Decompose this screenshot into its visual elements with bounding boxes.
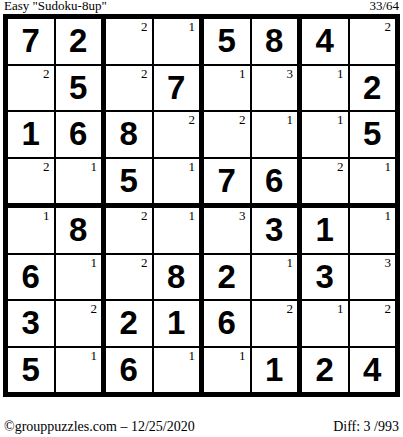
pencil-mark: 1 [287, 113, 294, 126]
page-footer: ©grouppuzzles.com – 12/25/2020 Diff: 3 /… [4, 419, 399, 435]
pencil-mark: 1 [239, 67, 246, 80]
cell-r8c6[interactable]: 1 [252, 348, 303, 393]
given-digit: 7 [154, 66, 200, 111]
cell-r8c1[interactable]: 5 [8, 348, 56, 393]
pencil-mark: 1 [287, 256, 294, 269]
given-digit: 7 [204, 159, 250, 204]
cell-r7c1[interactable]: 3 [8, 301, 56, 348]
cell-r7c2[interactable]: 2 [56, 301, 107, 348]
pencil-mark: 1 [337, 67, 344, 80]
given-digit: 8 [252, 19, 298, 64]
pencil-mark: 1 [239, 349, 246, 362]
given-digit: 1 [8, 112, 54, 157]
cell-r5c2[interactable]: 8 [56, 208, 107, 255]
cell-r8c7[interactable]: 2 [302, 348, 350, 393]
given-digit: 4 [350, 348, 396, 393]
cell-r4c7[interactable]: 2 [302, 159, 350, 209]
cell-r1c4[interactable]: 1 [154, 19, 205, 66]
pencil-mark: 1 [43, 209, 50, 222]
pencil-mark: 2 [141, 67, 148, 80]
cell-r2c5[interactable]: 1 [204, 66, 252, 113]
cell-r3c1[interactable]: 1 [8, 112, 56, 159]
cell-r7c5[interactable]: 6 [204, 301, 252, 348]
cell-r3c4[interactable]: 2 [154, 112, 205, 159]
given-digit: 2 [302, 348, 348, 393]
pencil-mark: 2 [141, 256, 148, 269]
cell-r6c3[interactable]: 2 [106, 255, 154, 302]
puzzle-title: Easy "Sudoku-8up" [4, 0, 107, 13]
cell-r6c4[interactable]: 8 [154, 255, 205, 302]
cell-r5c3[interactable]: 2 [106, 208, 154, 255]
cell-r5c6[interactable]: 3 [252, 208, 303, 255]
cell-r1c5[interactable]: 5 [204, 19, 252, 66]
cell-r8c8[interactable]: 4 [350, 348, 396, 393]
cell-r4c6[interactable]: 6 [252, 159, 303, 209]
sudoku-board: 7221584225271312168221152151762118213311… [3, 14, 400, 397]
given-digit: 6 [204, 301, 250, 346]
cell-r6c7[interactable]: 3 [302, 255, 350, 302]
given-digit: 2 [106, 301, 152, 346]
pencil-mark: 3 [239, 209, 246, 222]
pencil-mark: 1 [189, 209, 196, 222]
pencil-mark: 2 [43, 160, 50, 173]
pencil-mark: 1 [385, 209, 392, 222]
puzzle-page: Easy "Sudoku-8up" 33/64 7221584225271312… [0, 0, 403, 437]
given-digit: 2 [350, 66, 396, 111]
cell-r1c3[interactable]: 2 [106, 19, 154, 66]
page-number: 33/64 [369, 0, 399, 13]
cell-r2c3[interactable]: 2 [106, 66, 154, 113]
pencil-mark: 2 [141, 20, 148, 33]
cell-r7c8[interactable]: 2 [350, 301, 396, 348]
cell-r7c3[interactable]: 2 [106, 301, 154, 348]
given-digit: 1 [154, 301, 200, 346]
pencil-mark: 3 [385, 256, 392, 269]
pencil-mark: 1 [337, 113, 344, 126]
given-digit: 4 [302, 19, 348, 64]
pencil-mark: 2 [141, 209, 148, 222]
cell-r4c3[interactable]: 5 [106, 159, 154, 209]
cell-r8c3[interactable]: 6 [106, 348, 154, 393]
pencil-mark: 2 [385, 20, 392, 33]
cell-r2c1[interactable]: 2 [8, 66, 56, 113]
pencil-mark: 2 [43, 67, 50, 80]
cell-r2c8[interactable]: 2 [350, 66, 396, 113]
cell-r1c8[interactable]: 2 [350, 19, 396, 66]
cell-r3c3[interactable]: 8 [106, 112, 154, 159]
cell-r4c2[interactable]: 1 [56, 159, 107, 209]
cell-r6c5[interactable]: 2 [204, 255, 252, 302]
given-digit: 7 [8, 19, 54, 64]
pencil-mark: 2 [239, 113, 246, 126]
pencil-mark: 1 [385, 160, 392, 173]
given-digit: 1 [302, 208, 348, 253]
given-digit: 3 [8, 301, 54, 346]
footer-difficulty: Diff: 3 /993 [333, 419, 399, 435]
cell-r3c7[interactable]: 1 [302, 112, 350, 159]
pencil-mark: 2 [337, 160, 344, 173]
pencil-mark: 2 [91, 302, 98, 315]
cell-r2c7[interactable]: 1 [302, 66, 350, 113]
cell-r6c8[interactable]: 3 [350, 255, 396, 302]
pencil-mark: 1 [189, 160, 196, 173]
cell-r2c6[interactable]: 3 [252, 66, 303, 113]
given-digit: 1 [252, 348, 298, 393]
page-header: Easy "Sudoku-8up" 33/64 [4, 0, 399, 13]
cell-r5c7[interactable]: 1 [302, 208, 350, 255]
cell-r1c7[interactable]: 4 [302, 19, 350, 66]
pencil-mark: 1 [91, 349, 98, 362]
cell-r2c2[interactable]: 5 [56, 66, 107, 113]
given-digit: 3 [252, 208, 298, 253]
pencil-mark: 1 [337, 302, 344, 315]
pencil-mark: 3 [287, 67, 294, 80]
cell-r7c6[interactable]: 2 [252, 301, 303, 348]
given-digit: 5 [8, 348, 54, 393]
given-digit: 3 [302, 255, 348, 300]
cell-r6c1[interactable]: 6 [8, 255, 56, 302]
cell-r1c2[interactable]: 2 [56, 19, 107, 66]
pencil-mark: 1 [91, 256, 98, 269]
given-digit: 6 [106, 348, 152, 393]
cell-r7c7[interactable]: 1 [302, 301, 350, 348]
cell-r4c8[interactable]: 1 [350, 159, 396, 209]
cell-r6c2[interactable]: 1 [56, 255, 107, 302]
given-digit: 5 [350, 112, 396, 157]
pencil-mark: 2 [287, 302, 294, 315]
cell-r5c5[interactable]: 3 [204, 208, 252, 255]
given-digit: 8 [106, 112, 152, 157]
cell-r8c4[interactable]: 1 [154, 348, 205, 393]
cell-r8c2[interactable]: 1 [56, 348, 107, 393]
cell-r4c4[interactable]: 1 [154, 159, 205, 209]
given-digit: 6 [8, 255, 54, 300]
pencil-mark: 2 [189, 113, 196, 126]
given-digit: 5 [204, 19, 250, 64]
given-digit: 8 [56, 208, 102, 253]
given-digit: 6 [56, 112, 102, 157]
cell-r3c8[interactable]: 5 [350, 112, 396, 159]
given-digit: 6 [252, 159, 298, 204]
pencil-mark: 1 [91, 160, 98, 173]
cell-r6c6[interactable]: 1 [252, 255, 303, 302]
cell-r4c5[interactable]: 7 [204, 159, 252, 209]
cell-r4c1[interactable]: 2 [8, 159, 56, 209]
cell-r5c1[interactable]: 1 [8, 208, 56, 255]
pencil-mark: 1 [189, 349, 196, 362]
cell-r3c6[interactable]: 1 [252, 112, 303, 159]
given-digit: 2 [204, 255, 250, 300]
cell-r3c2[interactable]: 6 [56, 112, 107, 159]
pencil-mark: 1 [189, 20, 196, 33]
cell-r3c5[interactable]: 2 [204, 112, 252, 159]
cell-r2c4[interactable]: 7 [154, 66, 205, 113]
footer-copyright: ©grouppuzzles.com – 12/25/2020 [4, 419, 195, 435]
cell-r1c6[interactable]: 8 [252, 19, 303, 66]
cell-r5c8[interactable]: 1 [350, 208, 396, 255]
cell-r7c4[interactable]: 1 [154, 301, 205, 348]
cell-r8c5[interactable]: 1 [204, 348, 252, 393]
cell-r1c1[interactable]: 7 [8, 19, 56, 66]
given-digit: 5 [106, 159, 152, 204]
given-digit: 5 [56, 66, 102, 111]
pencil-mark: 2 [385, 302, 392, 315]
cell-r5c4[interactable]: 1 [154, 208, 205, 255]
given-digit: 8 [154, 255, 200, 300]
given-digit: 2 [56, 19, 102, 64]
